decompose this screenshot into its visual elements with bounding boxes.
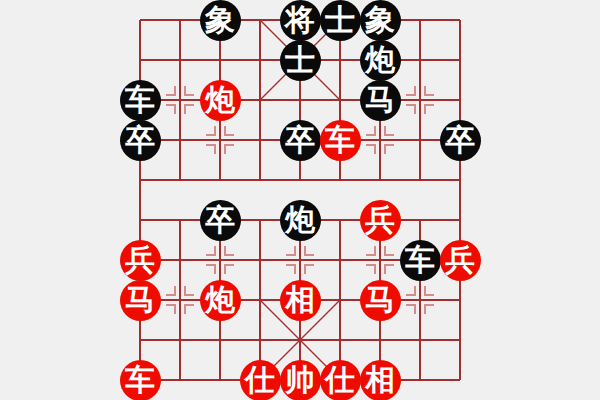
piece-black-elephant[interactable]: 象 — [360, 0, 401, 41]
piece-black-soldier[interactable]: 卒 — [200, 200, 241, 241]
piece-red-soldier[interactable]: 兵 — [440, 240, 481, 281]
piece-black-cannon[interactable]: 炮 — [280, 200, 321, 241]
piece-red-elephant[interactable]: 相 — [360, 360, 401, 400]
piece-black-horse[interactable]: 马 — [360, 80, 401, 121]
pieces-layer: 象将士象士炮车马卒卒卒卒炮车炮车兵兵兵马炮相马车仕帅仕相 — [0, 0, 600, 400]
piece-black-cannon[interactable]: 炮 — [360, 40, 401, 81]
piece-red-cannon[interactable]: 炮 — [200, 280, 241, 321]
piece-red-horse[interactable]: 马 — [120, 280, 161, 321]
piece-red-chariot[interactable]: 车 — [120, 360, 161, 400]
piece-black-elephant[interactable]: 象 — [200, 0, 241, 41]
piece-red-soldier[interactable]: 兵 — [360, 200, 401, 241]
piece-black-general[interactable]: 将 — [280, 0, 321, 41]
piece-black-advisor[interactable]: 士 — [280, 40, 321, 81]
piece-black-chariot[interactable]: 车 — [120, 80, 161, 121]
piece-black-chariot[interactable]: 车 — [400, 240, 441, 281]
piece-black-advisor[interactable]: 士 — [320, 0, 361, 41]
piece-red-horse[interactable]: 马 — [360, 280, 401, 321]
piece-black-soldier[interactable]: 卒 — [280, 120, 321, 161]
piece-red-soldier[interactable]: 兵 — [120, 240, 161, 281]
xiangqi-board: 象将士象士炮车马卒卒卒卒炮车炮车兵兵兵马炮相马车仕帅仕相 — [0, 0, 600, 400]
piece-black-soldier[interactable]: 卒 — [440, 120, 481, 161]
piece-red-chariot[interactable]: 车 — [320, 120, 361, 161]
piece-red-advisor[interactable]: 仕 — [240, 360, 281, 400]
piece-red-cannon[interactable]: 炮 — [200, 80, 241, 121]
piece-black-soldier[interactable]: 卒 — [120, 120, 161, 161]
piece-red-general[interactable]: 帅 — [280, 360, 321, 400]
piece-red-elephant[interactable]: 相 — [280, 280, 321, 321]
piece-red-advisor[interactable]: 仕 — [320, 360, 361, 400]
